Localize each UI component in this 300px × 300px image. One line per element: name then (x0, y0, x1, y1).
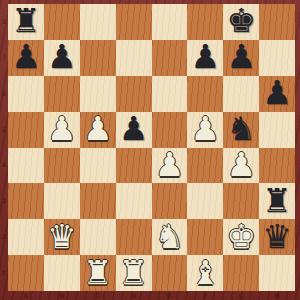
white-rook-icon: ♜ (119, 256, 149, 289)
square-d7[interactable] (116, 40, 152, 76)
white-pawn-icon: ♟ (155, 148, 185, 181)
square-c2[interactable] (80, 219, 116, 255)
square-d8[interactable] (116, 4, 152, 40)
file-label-c: C (80, 291, 116, 300)
square-d5[interactable]: ♟ (116, 112, 152, 148)
file-label-a: A (8, 291, 44, 300)
square-g8[interactable]: ♚ (223, 4, 259, 40)
square-f4[interactable] (187, 148, 223, 184)
square-f7[interactable]: ♟ (187, 40, 223, 76)
rank-label-1: 1 (0, 255, 8, 291)
black-pawn-icon: ♟ (119, 112, 149, 145)
square-f3[interactable] (187, 183, 223, 219)
white-bishop-icon: ♝ (191, 256, 221, 289)
file-label-b: B (44, 291, 80, 300)
square-g7[interactable]: ♟ (223, 40, 259, 76)
rank-label-2: 2 (0, 219, 8, 255)
rank-label-3: 3 (0, 183, 8, 219)
black-rook-icon: ♜ (262, 184, 292, 217)
white-pawn-icon: ♟ (226, 148, 256, 181)
file-label-d: D (116, 291, 152, 300)
square-b1[interactable] (44, 255, 80, 291)
black-knight-icon: ♞ (226, 112, 256, 145)
white-queen-icon: ♛ (47, 220, 77, 253)
square-c7[interactable] (80, 40, 116, 76)
square-a2[interactable] (8, 219, 44, 255)
square-h8[interactable] (259, 4, 295, 40)
square-b7[interactable]: ♟ (44, 40, 80, 76)
rank-label-5: 5 (0, 112, 8, 148)
rank-label-7: 7 (0, 40, 8, 76)
square-e3[interactable] (152, 183, 188, 219)
square-h2[interactable]: ♛ (259, 219, 295, 255)
square-g1[interactable] (223, 255, 259, 291)
square-g6[interactable] (223, 76, 259, 112)
square-b3[interactable] (44, 183, 80, 219)
square-a8[interactable]: ♜ (8, 4, 44, 40)
square-a6[interactable] (8, 76, 44, 112)
square-f6[interactable] (187, 76, 223, 112)
square-a4[interactable] (8, 148, 44, 184)
square-b8[interactable] (44, 4, 80, 40)
square-h5[interactable] (259, 112, 295, 148)
square-d3[interactable] (116, 183, 152, 219)
square-a3[interactable] (8, 183, 44, 219)
file-label-h: H (259, 291, 295, 300)
file-label-g: G (223, 291, 259, 300)
file-label-e: E (152, 291, 188, 300)
white-knight-icon: ♞ (155, 220, 185, 253)
square-d4[interactable] (116, 148, 152, 184)
square-e1[interactable] (152, 255, 188, 291)
square-e2[interactable]: ♞ (152, 219, 188, 255)
square-f2[interactable] (187, 219, 223, 255)
square-g3[interactable] (223, 183, 259, 219)
square-e5[interactable] (152, 112, 188, 148)
black-rook-icon: ♜ (11, 4, 41, 37)
square-d2[interactable] (116, 219, 152, 255)
black-pawn-icon: ♟ (191, 40, 221, 73)
square-f5[interactable]: ♟ (187, 112, 223, 148)
file-label-f: F (187, 291, 223, 300)
square-g2[interactable]: ♚ (223, 219, 259, 255)
black-pawn-icon: ♟ (11, 40, 41, 73)
square-c3[interactable] (80, 183, 116, 219)
square-a7[interactable]: ♟ (8, 40, 44, 76)
white-pawn-icon: ♟ (47, 112, 77, 145)
square-h7[interactable] (259, 40, 295, 76)
square-h1[interactable] (259, 255, 295, 291)
square-a1[interactable] (8, 255, 44, 291)
square-e7[interactable] (152, 40, 188, 76)
black-pawn-icon: ♟ (226, 40, 256, 73)
square-h3[interactable]: ♜ (259, 183, 295, 219)
white-king-icon: ♚ (226, 220, 256, 253)
square-c8[interactable] (80, 4, 116, 40)
black-pawn-icon: ♟ (47, 40, 77, 73)
square-c4[interactable] (80, 148, 116, 184)
rank-label-8: 8 (0, 4, 8, 40)
square-e8[interactable] (152, 4, 188, 40)
square-b6[interactable] (44, 76, 80, 112)
chess-board: ♜♚♟♟♟♟♟♟♟♟♟♞♟♟♜♛♞♚♛♜♜♝ 87654321 ABCDEFGH (0, 0, 300, 300)
white-pawn-icon: ♟ (83, 112, 113, 145)
square-a5[interactable] (8, 112, 44, 148)
square-b5[interactable]: ♟ (44, 112, 80, 148)
black-queen-icon: ♛ (262, 220, 292, 253)
square-c6[interactable] (80, 76, 116, 112)
square-d1[interactable]: ♜ (116, 255, 152, 291)
square-b4[interactable] (44, 148, 80, 184)
rank-label-6: 6 (0, 76, 8, 112)
square-c5[interactable]: ♟ (80, 112, 116, 148)
square-d6[interactable] (116, 76, 152, 112)
board-grid: ♜♚♟♟♟♟♟♟♟♟♟♞♟♟♜♛♞♚♛♜♜♝ (8, 4, 295, 291)
rank-label-4: 4 (0, 148, 8, 184)
square-f1[interactable]: ♝ (187, 255, 223, 291)
square-g5[interactable]: ♞ (223, 112, 259, 148)
black-king-icon: ♚ (226, 4, 256, 37)
white-rook-icon: ♜ (83, 256, 113, 289)
square-b2[interactable]: ♛ (44, 219, 80, 255)
square-f8[interactable] (187, 4, 223, 40)
white-pawn-icon: ♟ (191, 112, 221, 145)
square-h6[interactable]: ♟ (259, 76, 295, 112)
square-c1[interactable]: ♜ (80, 255, 116, 291)
square-e6[interactable] (152, 76, 188, 112)
square-e4[interactable]: ♟ (152, 148, 188, 184)
square-g4[interactable]: ♟ (223, 148, 259, 184)
black-pawn-icon: ♟ (262, 76, 292, 109)
square-h4[interactable] (259, 148, 295, 184)
